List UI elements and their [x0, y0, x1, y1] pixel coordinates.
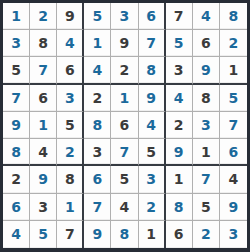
cell-r6c2[interactable]: 4 [30, 139, 57, 166]
cell-r7c4[interactable]: 6 [84, 166, 111, 193]
cell-r3c4[interactable]: 4 [84, 57, 111, 84]
cell-r2c8[interactable]: 6 [193, 30, 220, 57]
cell-r2c3[interactable]: 4 [57, 30, 84, 57]
cell-r6c6[interactable]: 5 [139, 139, 166, 166]
cell-r9c8[interactable]: 2 [193, 221, 220, 248]
cell-r1c6[interactable]: 6 [139, 3, 166, 30]
cell-r3c9[interactable]: 1 [220, 57, 247, 84]
cell-r6c7[interactable]: 9 [166, 139, 193, 166]
cell-r9c1[interactable]: 4 [3, 221, 30, 248]
cell-r6c9[interactable]: 6 [220, 139, 247, 166]
cell-r4c5[interactable]: 1 [111, 85, 138, 112]
cell-r5c4[interactable]: 8 [84, 112, 111, 139]
cell-r4c8[interactable]: 8 [193, 85, 220, 112]
cell-r7c6[interactable]: 3 [139, 166, 166, 193]
cell-r8c6[interactable]: 2 [139, 194, 166, 221]
cell-r6c1[interactable]: 8 [3, 139, 30, 166]
cell-r1c5[interactable]: 3 [111, 3, 138, 30]
cell-r6c8[interactable]: 1 [193, 139, 220, 166]
cell-r9c6[interactable]: 1 [139, 221, 166, 248]
cell-r3c7[interactable]: 3 [166, 57, 193, 84]
cell-r8c4[interactable]: 7 [84, 194, 111, 221]
cell-r8c8[interactable]: 5 [193, 194, 220, 221]
cell-r7c5[interactable]: 5 [111, 166, 138, 193]
cell-r8c7[interactable]: 8 [166, 194, 193, 221]
cell-r2c2[interactable]: 8 [30, 30, 57, 57]
cell-r8c3[interactable]: 1 [57, 194, 84, 221]
cell-r7c7[interactable]: 1 [166, 166, 193, 193]
cell-r2c9[interactable]: 2 [220, 30, 247, 57]
cell-r5c1[interactable]: 9 [3, 112, 30, 139]
cell-r1c7[interactable]: 7 [166, 3, 193, 30]
cell-r9c9[interactable]: 3 [220, 221, 247, 248]
cell-r4c4[interactable]: 2 [84, 85, 111, 112]
cell-r9c5[interactable]: 8 [111, 221, 138, 248]
cell-r7c8[interactable]: 7 [193, 166, 220, 193]
cell-r1c2[interactable]: 2 [30, 3, 57, 30]
cell-r1c9[interactable]: 8 [220, 3, 247, 30]
cell-r5c6[interactable]: 4 [139, 112, 166, 139]
cell-r5c2[interactable]: 1 [30, 112, 57, 139]
cell-r6c5[interactable]: 7 [111, 139, 138, 166]
cell-r9c7[interactable]: 6 [166, 221, 193, 248]
cell-r4c2[interactable]: 6 [30, 85, 57, 112]
cell-r4c3[interactable]: 3 [57, 85, 84, 112]
cell-r5c9[interactable]: 7 [220, 112, 247, 139]
cell-r7c3[interactable]: 8 [57, 166, 84, 193]
cell-r4c6[interactable]: 9 [139, 85, 166, 112]
cell-r1c4[interactable]: 5 [84, 3, 111, 30]
cell-r5c7[interactable]: 2 [166, 112, 193, 139]
cell-r2c7[interactable]: 5 [166, 30, 193, 57]
cell-r4c1[interactable]: 7 [3, 85, 30, 112]
cell-r3c6[interactable]: 8 [139, 57, 166, 84]
cell-r9c4[interactable]: 9 [84, 221, 111, 248]
sudoku-board: 1295367483841975625764283917632194859158… [3, 3, 247, 248]
cell-r1c1[interactable]: 1 [3, 3, 30, 30]
cell-r8c5[interactable]: 4 [111, 194, 138, 221]
cell-r3c1[interactable]: 5 [3, 57, 30, 84]
cell-r5c8[interactable]: 3 [193, 112, 220, 139]
cell-r1c3[interactable]: 9 [57, 3, 84, 30]
cell-r8c2[interactable]: 3 [30, 194, 57, 221]
cell-r4c9[interactable]: 5 [220, 85, 247, 112]
cell-r5c5[interactable]: 6 [111, 112, 138, 139]
cell-r2c1[interactable]: 3 [3, 30, 30, 57]
cell-r3c8[interactable]: 9 [193, 57, 220, 84]
cell-r7c1[interactable]: 2 [3, 166, 30, 193]
cell-r8c9[interactable]: 9 [220, 194, 247, 221]
cell-r3c2[interactable]: 7 [30, 57, 57, 84]
cell-r4c7[interactable]: 4 [166, 85, 193, 112]
cell-r1c8[interactable]: 4 [193, 3, 220, 30]
cell-r6c3[interactable]: 2 [57, 139, 84, 166]
cell-r7c9[interactable]: 4 [220, 166, 247, 193]
cell-r2c4[interactable]: 1 [84, 30, 111, 57]
cell-r2c6[interactable]: 7 [139, 30, 166, 57]
sudoku-board-frame: 1295367483841975625764283917632194859158… [0, 0, 250, 252]
cell-r8c1[interactable]: 6 [3, 194, 30, 221]
cell-r2c5[interactable]: 9 [111, 30, 138, 57]
cell-r3c5[interactable]: 2 [111, 57, 138, 84]
cell-r7c2[interactable]: 9 [30, 166, 57, 193]
cell-r3c3[interactable]: 6 [57, 57, 84, 84]
cell-r6c4[interactable]: 3 [84, 139, 111, 166]
cell-r9c2[interactable]: 5 [30, 221, 57, 248]
cell-r5c3[interactable]: 5 [57, 112, 84, 139]
cell-r9c3[interactable]: 7 [57, 221, 84, 248]
